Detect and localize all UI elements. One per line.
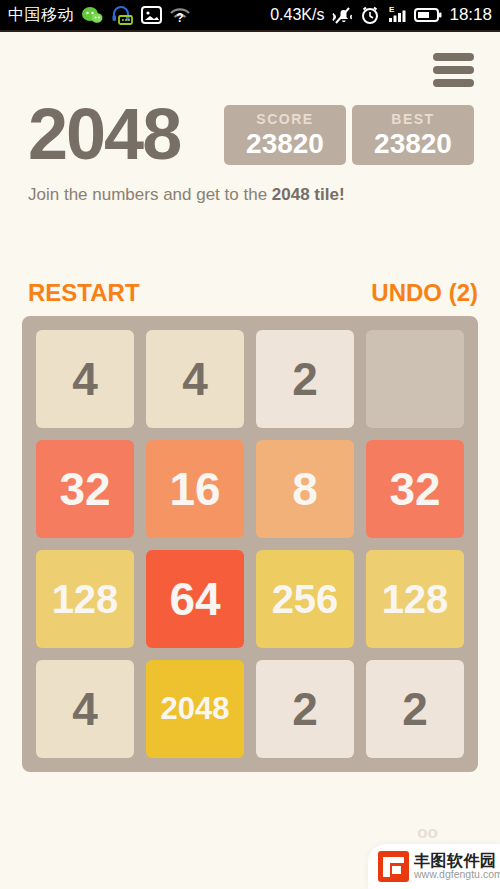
network-speed: 0.43K/s: [270, 6, 324, 24]
tile-r3c1: 2048: [146, 660, 244, 758]
watermark-badge: 丰图软件园 www.dgfengtu.com: [368, 844, 500, 889]
ghost-decoration: oo: [417, 823, 438, 843]
score-box: SCORE 23820: [224, 105, 346, 165]
wifi-question-icon: ?: [169, 6, 191, 24]
hamburger-menu-icon[interactable]: [433, 53, 474, 87]
tile-r3c0: 4: [36, 660, 134, 758]
tile-r2c0: 128: [36, 550, 134, 648]
status-time: 18:18: [449, 5, 492, 25]
headset-chat-icon: [110, 4, 134, 26]
tile-r0c3: [366, 330, 464, 428]
wechat-icon: [81, 5, 103, 25]
tile-r1c0: 32: [36, 440, 134, 538]
watermark-logo-icon: [378, 851, 409, 882]
game-title: 2048: [28, 98, 180, 170]
tile-r2c3: 128: [366, 550, 464, 648]
undo-button[interactable]: UNDO (2): [371, 279, 478, 307]
tile-r1c3: 32: [366, 440, 464, 538]
score-value: 23820: [224, 128, 346, 160]
tile-r2c1: 64: [146, 550, 244, 648]
tile-r1c2: 8: [256, 440, 354, 538]
svg-text:?: ?: [176, 11, 183, 24]
battery-icon: [414, 7, 442, 23]
phone-screen: 中国移动 ? 0.43K/s E 18:18: [0, 0, 500, 889]
tile-r0c0: 4: [36, 330, 134, 428]
tile-r2c2: 256: [256, 550, 354, 648]
signal-e-icon: E: [387, 4, 407, 26]
best-value: 23820: [352, 128, 474, 160]
gallery-icon: [141, 6, 162, 24]
tile-r3c3: 2: [366, 660, 464, 758]
alarm-clock-icon: [360, 5, 380, 25]
tile-r0c1: 4: [146, 330, 244, 428]
best-box: BEST 23820: [352, 105, 474, 165]
watermark-url: www.dgfengtu.com: [414, 869, 500, 880]
tile-r3c2: 2: [256, 660, 354, 758]
score-label: SCORE: [224, 111, 346, 127]
game-intro-text: Join the numbers and get to the 2048 til…: [28, 185, 345, 205]
status-bar: 中国移动 ? 0.43K/s E 18:18: [0, 0, 500, 32]
restart-button[interactable]: RESTART: [28, 279, 140, 307]
tile-r0c2: 2: [256, 330, 354, 428]
tile-r1c1: 16: [146, 440, 244, 538]
mute-vibrate-icon: [331, 5, 353, 25]
game-board[interactable]: 4 4 2 32 16 8 32 128 64 256 128 4 2048 2…: [22, 316, 478, 772]
carrier-label: 中国移动: [8, 5, 74, 26]
svg-text:E: E: [389, 5, 395, 14]
watermark-name: 丰图软件园: [414, 853, 500, 870]
best-label: BEST: [352, 111, 474, 127]
